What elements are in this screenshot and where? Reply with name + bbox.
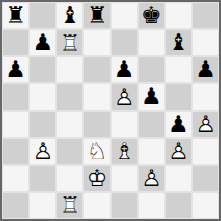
square-e1[interactable]	[111, 192, 138, 219]
piece-outline: ♖	[60, 194, 81, 217]
square-g4[interactable]: ♟	[165, 111, 192, 138]
black-pawn[interactable]: ♟	[114, 58, 135, 81]
square-d2[interactable]: ♚♔	[83, 165, 110, 192]
square-d5[interactable]	[83, 83, 110, 110]
square-h4[interactable]: ♟♙	[192, 111, 219, 138]
white-knight[interactable]: ♞♘	[83, 138, 110, 165]
white-rook[interactable]: ♜♖	[56, 192, 83, 219]
square-a3[interactable]	[2, 138, 29, 165]
square-f8[interactable]: ♚	[138, 2, 165, 29]
square-e4[interactable]	[111, 111, 138, 138]
square-h6[interactable]: ♟	[192, 56, 219, 83]
piece-outline: ♙	[168, 140, 189, 163]
square-g5[interactable]	[165, 83, 192, 110]
square-g1[interactable]	[165, 192, 192, 219]
white-pawn[interactable]: ♟♙	[29, 138, 56, 165]
piece-outline: ♘	[87, 140, 108, 163]
white-pawn[interactable]: ♟♙	[165, 138, 192, 165]
square-c2[interactable]	[56, 165, 83, 192]
black-bishop[interactable]: ♝	[168, 31, 189, 54]
square-h8[interactable]	[192, 2, 219, 29]
square-a8[interactable]: ♜	[2, 2, 29, 29]
square-d1[interactable]	[83, 192, 110, 219]
white-pawn[interactable]: ♟♙	[111, 83, 138, 110]
square-f5[interactable]: ♟	[138, 83, 165, 110]
black-bishop[interactable]: ♝	[60, 4, 81, 27]
square-b4[interactable]	[29, 111, 56, 138]
black-king[interactable]: ♚	[141, 4, 162, 27]
black-pawn[interactable]: ♟	[195, 58, 216, 81]
square-e8[interactable]	[111, 2, 138, 29]
square-f2[interactable]: ♟♙	[138, 165, 165, 192]
piece-outline: ♙	[195, 113, 216, 136]
square-d7[interactable]	[83, 29, 110, 56]
square-b1[interactable]	[29, 192, 56, 219]
square-e3[interactable]: ♝♗	[111, 138, 138, 165]
square-a7[interactable]	[2, 29, 29, 56]
square-g3[interactable]: ♟♙	[165, 138, 192, 165]
piece-outline: ♙	[32, 140, 53, 163]
square-b7[interactable]: ♟	[29, 29, 56, 56]
square-f4[interactable]	[138, 111, 165, 138]
piece-outline: ♗	[114, 140, 135, 163]
square-f1[interactable]	[138, 192, 165, 219]
chess-board: ♜♝♜♚♟♜♖♝♟♟♟♟♙♟♟♟♙♟♙♞♘♝♗♟♙♚♔♟♙♜♖	[0, 0, 221, 221]
square-b5[interactable]	[29, 83, 56, 110]
square-f3[interactable]	[138, 138, 165, 165]
white-rook[interactable]: ♜♖	[56, 29, 83, 56]
square-f7[interactable]	[138, 29, 165, 56]
square-c5[interactable]	[56, 83, 83, 110]
square-h7[interactable]	[192, 29, 219, 56]
white-pawn[interactable]: ♟♙	[192, 111, 219, 138]
square-a1[interactable]	[2, 192, 29, 219]
piece-outline: ♖	[60, 31, 81, 54]
white-king[interactable]: ♚♔	[83, 165, 110, 192]
piece-outline: ♙	[141, 167, 162, 190]
piece-outline: ♙	[114, 85, 135, 108]
square-d8[interactable]: ♜	[83, 2, 110, 29]
black-rook[interactable]: ♜	[5, 4, 26, 27]
white-bishop[interactable]: ♝♗	[111, 138, 138, 165]
square-e2[interactable]	[111, 165, 138, 192]
square-e7[interactable]	[111, 29, 138, 56]
square-c6[interactable]	[56, 56, 83, 83]
square-b3[interactable]: ♟♙	[29, 138, 56, 165]
square-h5[interactable]	[192, 83, 219, 110]
square-g8[interactable]	[165, 2, 192, 29]
black-pawn[interactable]: ♟	[32, 31, 53, 54]
square-c8[interactable]: ♝	[56, 2, 83, 29]
square-f6[interactable]	[138, 56, 165, 83]
square-a6[interactable]: ♟	[2, 56, 29, 83]
square-h1[interactable]	[192, 192, 219, 219]
black-pawn[interactable]: ♟	[5, 58, 26, 81]
square-d3[interactable]: ♞♘	[83, 138, 110, 165]
square-c3[interactable]	[56, 138, 83, 165]
square-a4[interactable]	[2, 111, 29, 138]
square-c7[interactable]: ♜♖	[56, 29, 83, 56]
square-b6[interactable]	[29, 56, 56, 83]
square-c4[interactable]	[56, 111, 83, 138]
piece-outline: ♔	[87, 167, 108, 190]
black-pawn[interactable]: ♟	[168, 113, 189, 136]
square-d4[interactable]	[83, 111, 110, 138]
square-g6[interactable]	[165, 56, 192, 83]
square-d6[interactable]	[83, 56, 110, 83]
square-e6[interactable]: ♟	[111, 56, 138, 83]
square-b2[interactable]	[29, 165, 56, 192]
square-e5[interactable]: ♟♙	[111, 83, 138, 110]
square-a2[interactable]	[2, 165, 29, 192]
square-h2[interactable]	[192, 165, 219, 192]
square-h3[interactable]	[192, 138, 219, 165]
black-rook[interactable]: ♜	[87, 4, 108, 27]
black-pawn[interactable]: ♟	[141, 85, 162, 108]
square-a5[interactable]	[2, 83, 29, 110]
square-b8[interactable]	[29, 2, 56, 29]
square-g2[interactable]	[165, 165, 192, 192]
square-g7[interactable]: ♝	[165, 29, 192, 56]
square-c1[interactable]: ♜♖	[56, 192, 83, 219]
white-pawn[interactable]: ♟♙	[138, 165, 165, 192]
